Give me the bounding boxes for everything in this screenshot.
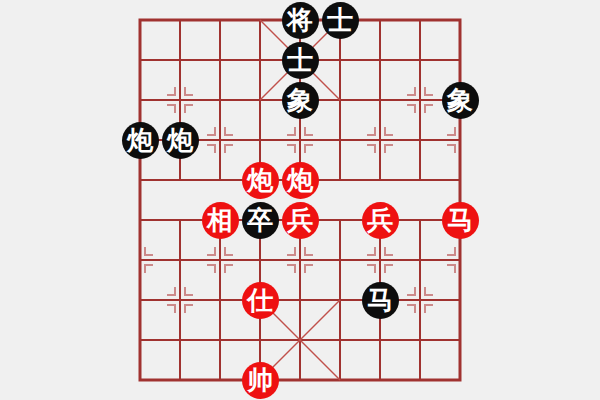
piece-red-general[interactable]: 帅 [242,362,279,399]
piece-red-advisor[interactable]: 仕 [242,282,279,319]
xiangqi-board[interactable]: 将士士象象炮炮炮炮相卒兵兵马仕马帅 [120,0,480,400]
piece-black-horse[interactable]: 马 [362,282,399,319]
piece-red-soldier[interactable]: 兵 [282,202,319,239]
piece-black-elephant[interactable]: 象 [282,82,319,119]
piece-red-soldier[interactable]: 兵 [362,202,399,239]
piece-red-cannon[interactable]: 炮 [282,162,319,199]
piece-black-elephant[interactable]: 象 [442,82,479,119]
piece-red-elephant[interactable]: 相 [202,202,239,239]
piece-black-advisor[interactable]: 士 [282,42,319,79]
piece-red-horse[interactable]: 马 [442,202,479,239]
piece-red-cannon[interactable]: 炮 [242,162,279,199]
piece-black-advisor[interactable]: 士 [322,2,359,39]
piece-black-general[interactable]: 将 [282,2,319,39]
piece-black-cannon[interactable]: 炮 [162,122,199,159]
piece-black-cannon[interactable]: 炮 [122,122,159,159]
piece-black-soldier[interactable]: 卒 [242,202,279,239]
pieces-layer: 将士士象象炮炮炮炮相卒兵兵马仕马帅 [120,0,480,400]
